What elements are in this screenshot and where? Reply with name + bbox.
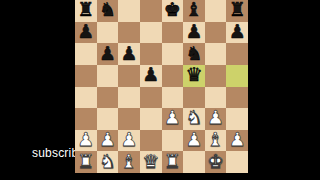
square-b7[interactable] <box>97 22 119 44</box>
square-g5[interactable] <box>205 65 227 87</box>
square-c3[interactable] <box>118 108 140 130</box>
white-pawn-e3: ♟ <box>164 108 181 127</box>
square-e2[interactable] <box>162 130 184 152</box>
square-a3[interactable] <box>75 108 97 130</box>
chess-board: ♜♞♚♝♜♟♟♟♟♟♞♟♛♟♞♟♟♟♟♟♝♟♜♞♝♛♜♚ <box>75 0 248 173</box>
black-pawn-f7: ♟ <box>185 22 202 41</box>
square-a8[interactable]: ♜ <box>75 0 97 22</box>
square-f1[interactable] <box>183 151 205 173</box>
square-b1[interactable]: ♞ <box>97 151 119 173</box>
square-a6[interactable] <box>75 43 97 65</box>
square-h3[interactable] <box>226 108 248 130</box>
white-bishop-c1: ♝ <box>121 152 138 171</box>
square-b3[interactable] <box>97 108 119 130</box>
square-d7[interactable] <box>140 22 162 44</box>
video-thumbnail: subscribe ♜♞♚♝♜♟♟♟♟♟♞♟♛♟♞♟♟♟♟♟♝♟♜♞♝♛♜♚ <box>0 0 320 180</box>
black-pawn-h7: ♟ <box>229 22 246 41</box>
square-b5[interactable] <box>97 65 119 87</box>
white-pawn-b2: ♟ <box>99 130 116 149</box>
square-f4[interactable] <box>183 87 205 109</box>
square-f7[interactable]: ♟ <box>183 22 205 44</box>
square-c6[interactable]: ♟ <box>118 43 140 65</box>
square-d6[interactable] <box>140 43 162 65</box>
black-bishop-f8: ♝ <box>185 0 202 19</box>
square-g6[interactable] <box>205 43 227 65</box>
square-g7[interactable] <box>205 22 227 44</box>
black-pawn-a7: ♟ <box>77 22 94 41</box>
black-pawn-c6: ♟ <box>121 44 138 63</box>
square-e1[interactable]: ♜ <box>162 151 184 173</box>
white-pawn-a2: ♟ <box>77 130 94 149</box>
white-knight-f3: ♞ <box>185 108 202 127</box>
black-knight-b8: ♞ <box>99 0 116 19</box>
square-a2[interactable]: ♟ <box>75 130 97 152</box>
square-h5[interactable] <box>226 65 248 87</box>
square-e3[interactable]: ♟ <box>162 108 184 130</box>
square-g3[interactable]: ♟ <box>205 108 227 130</box>
square-a5[interactable] <box>75 65 97 87</box>
black-pawn-d5: ♟ <box>142 65 159 84</box>
square-b4[interactable] <box>97 87 119 109</box>
square-d4[interactable] <box>140 87 162 109</box>
square-e5[interactable] <box>162 65 184 87</box>
square-f2[interactable]: ♟ <box>183 130 205 152</box>
square-h2[interactable]: ♟ <box>226 130 248 152</box>
black-king-e8: ♚ <box>164 0 181 19</box>
square-c1[interactable]: ♝ <box>118 151 140 173</box>
square-c4[interactable] <box>118 87 140 109</box>
square-e8[interactable]: ♚ <box>162 0 184 22</box>
square-c7[interactable] <box>118 22 140 44</box>
square-d1[interactable]: ♛ <box>140 151 162 173</box>
white-rook-a1: ♜ <box>77 152 94 171</box>
black-rook-a8: ♜ <box>77 0 94 19</box>
square-b2[interactable]: ♟ <box>97 130 119 152</box>
white-pawn-g3: ♟ <box>207 108 224 127</box>
black-knight-f6: ♞ <box>185 44 202 63</box>
square-f3[interactable]: ♞ <box>183 108 205 130</box>
square-d3[interactable] <box>140 108 162 130</box>
square-g8[interactable] <box>205 0 227 22</box>
white-king-g1: ♚ <box>207 152 224 171</box>
square-h7[interactable]: ♟ <box>226 22 248 44</box>
square-b6[interactable]: ♟ <box>97 43 119 65</box>
square-f6[interactable]: ♞ <box>183 43 205 65</box>
white-pawn-f2: ♟ <box>185 130 202 149</box>
square-d5[interactable]: ♟ <box>140 65 162 87</box>
square-c5[interactable] <box>118 65 140 87</box>
square-e6[interactable] <box>162 43 184 65</box>
square-g1[interactable]: ♚ <box>205 151 227 173</box>
black-queen-f5: ♛ <box>185 65 202 84</box>
white-rook-e1: ♜ <box>164 152 181 171</box>
square-g4[interactable] <box>205 87 227 109</box>
square-b8[interactable]: ♞ <box>97 0 119 22</box>
square-h4[interactable] <box>226 87 248 109</box>
square-h1[interactable] <box>226 151 248 173</box>
square-c2[interactable]: ♟ <box>118 130 140 152</box>
square-a7[interactable]: ♟ <box>75 22 97 44</box>
white-pawn-h2: ♟ <box>229 130 246 149</box>
square-h6[interactable] <box>226 43 248 65</box>
white-knight-b1: ♞ <box>99 152 116 171</box>
black-rook-h8: ♜ <box>229 0 246 19</box>
square-f5[interactable]: ♛ <box>183 65 205 87</box>
white-queen-d1: ♛ <box>142 152 159 171</box>
white-bishop-g2: ♝ <box>207 130 224 149</box>
square-h8[interactable]: ♜ <box>226 0 248 22</box>
square-a1[interactable]: ♜ <box>75 151 97 173</box>
square-e7[interactable] <box>162 22 184 44</box>
square-a4[interactable] <box>75 87 97 109</box>
square-c8[interactable] <box>118 0 140 22</box>
square-f8[interactable]: ♝ <box>183 0 205 22</box>
black-pawn-b6: ♟ <box>99 44 116 63</box>
square-d2[interactable] <box>140 130 162 152</box>
square-g2[interactable]: ♝ <box>205 130 227 152</box>
square-d8[interactable] <box>140 0 162 22</box>
white-pawn-c2: ♟ <box>121 130 138 149</box>
square-e4[interactable] <box>162 87 184 109</box>
